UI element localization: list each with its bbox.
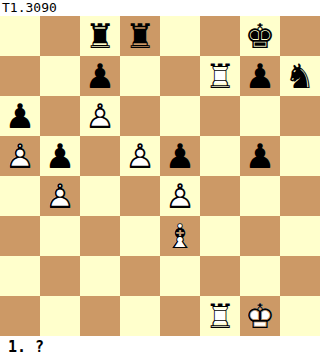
white-king-outline: ♔: [240, 296, 280, 336]
black-pawn-glyph: ♟: [160, 136, 200, 176]
square-f4[interactable]: [200, 176, 240, 216]
square-d6[interactable]: [120, 96, 160, 136]
square-c4[interactable]: [80, 176, 120, 216]
square-e8[interactable]: [160, 16, 200, 56]
black-king[interactable]: ♚: [240, 16, 280, 56]
chess-board: ♜♜♚♟♜♖♟♞♟♟♙♟♙♟♟♙♟♟♟♙♟♙♝♗♜♖♚♔: [0, 16, 320, 336]
square-g6[interactable]: [240, 96, 280, 136]
square-e3[interactable]: ♝♗: [160, 216, 200, 256]
square-e7[interactable]: [160, 56, 200, 96]
square-b2[interactable]: [40, 256, 80, 296]
square-g3[interactable]: [240, 216, 280, 256]
white-pawn-outline: ♙: [160, 176, 200, 216]
white-pawn-outline: ♙: [80, 96, 120, 136]
puzzle-id: T1.3090: [0, 0, 320, 16]
black-pawn-glyph: ♟: [240, 56, 280, 96]
white-rook[interactable]: ♜♖: [200, 56, 240, 96]
square-d5[interactable]: ♟♙: [120, 136, 160, 176]
black-rook-glyph: ♜: [120, 16, 160, 56]
square-c5[interactable]: [80, 136, 120, 176]
white-pawn[interactable]: ♟♙: [160, 176, 200, 216]
white-pawn[interactable]: ♟♙: [120, 136, 160, 176]
square-c2[interactable]: [80, 256, 120, 296]
square-f6[interactable]: [200, 96, 240, 136]
square-h1[interactable]: [280, 296, 320, 336]
black-pawn-glyph: ♟: [80, 56, 120, 96]
move-prompt: 1. ?: [0, 336, 320, 360]
square-e1[interactable]: [160, 296, 200, 336]
square-b3[interactable]: [40, 216, 80, 256]
square-f5[interactable]: [200, 136, 240, 176]
square-h5[interactable]: [280, 136, 320, 176]
square-h4[interactable]: [280, 176, 320, 216]
white-pawn[interactable]: ♟♙: [0, 136, 40, 176]
black-knight-glyph: ♞: [280, 56, 320, 96]
square-d4[interactable]: [120, 176, 160, 216]
square-b6[interactable]: [40, 96, 80, 136]
square-b7[interactable]: [40, 56, 80, 96]
square-f2[interactable]: [200, 256, 240, 296]
square-h3[interactable]: [280, 216, 320, 256]
black-pawn[interactable]: ♟: [80, 56, 120, 96]
white-rook-outline: ♖: [200, 296, 240, 336]
white-pawn-outline: ♙: [120, 136, 160, 176]
square-a6[interactable]: ♟: [0, 96, 40, 136]
white-king[interactable]: ♚♔: [240, 296, 280, 336]
black-pawn-glyph: ♟: [40, 136, 80, 176]
black-king-glyph: ♚: [240, 16, 280, 56]
white-pawn[interactable]: ♟♙: [80, 96, 120, 136]
square-h2[interactable]: [280, 256, 320, 296]
white-rook[interactable]: ♜♖: [200, 296, 240, 336]
square-g8[interactable]: ♚: [240, 16, 280, 56]
square-f7[interactable]: ♜♖: [200, 56, 240, 96]
square-c8[interactable]: ♜: [80, 16, 120, 56]
square-c7[interactable]: ♟: [80, 56, 120, 96]
square-f8[interactable]: [200, 16, 240, 56]
black-rook[interactable]: ♜: [80, 16, 120, 56]
square-b5[interactable]: ♟: [40, 136, 80, 176]
square-g2[interactable]: [240, 256, 280, 296]
white-pawn[interactable]: ♟♙: [40, 176, 80, 216]
white-pawn-outline: ♙: [40, 176, 80, 216]
white-pawn-outline: ♙: [0, 136, 40, 176]
square-e5[interactable]: ♟: [160, 136, 200, 176]
square-h7[interactable]: ♞: [280, 56, 320, 96]
black-pawn[interactable]: ♟: [240, 56, 280, 96]
square-c3[interactable]: [80, 216, 120, 256]
white-bishop-outline: ♗: [160, 216, 200, 256]
square-c6[interactable]: ♟♙: [80, 96, 120, 136]
square-d7[interactable]: [120, 56, 160, 96]
black-rook[interactable]: ♜: [120, 16, 160, 56]
black-pawn[interactable]: ♟: [240, 136, 280, 176]
black-pawn[interactable]: ♟: [160, 136, 200, 176]
square-d2[interactable]: [120, 256, 160, 296]
square-b8[interactable]: [40, 16, 80, 56]
square-h6[interactable]: [280, 96, 320, 136]
square-e4[interactable]: ♟♙: [160, 176, 200, 216]
square-f3[interactable]: [200, 216, 240, 256]
black-rook-glyph: ♜: [80, 16, 120, 56]
square-c1[interactable]: [80, 296, 120, 336]
square-a7[interactable]: [0, 56, 40, 96]
square-a1[interactable]: [0, 296, 40, 336]
square-a8[interactable]: [0, 16, 40, 56]
square-f1[interactable]: ♜♖: [200, 296, 240, 336]
square-e2[interactable]: [160, 256, 200, 296]
square-b4[interactable]: ♟♙: [40, 176, 80, 216]
square-g5[interactable]: ♟: [240, 136, 280, 176]
square-h8[interactable]: [280, 16, 320, 56]
square-a4[interactable]: [0, 176, 40, 216]
square-a2[interactable]: [0, 256, 40, 296]
black-knight[interactable]: ♞: [280, 56, 320, 96]
square-d8[interactable]: ♜: [120, 16, 160, 56]
square-d3[interactable]: [120, 216, 160, 256]
square-g7[interactable]: ♟: [240, 56, 280, 96]
square-a3[interactable]: [0, 216, 40, 256]
black-pawn[interactable]: ♟: [40, 136, 80, 176]
white-bishop[interactable]: ♝♗: [160, 216, 200, 256]
square-b1[interactable]: [40, 296, 80, 336]
square-g4[interactable]: [240, 176, 280, 216]
square-d1[interactable]: [120, 296, 160, 336]
square-e6[interactable]: [160, 96, 200, 136]
black-pawn[interactable]: ♟: [0, 96, 40, 136]
square-a5[interactable]: ♟♙: [0, 136, 40, 176]
square-g1[interactable]: ♚♔: [240, 296, 280, 336]
white-rook-outline: ♖: [200, 56, 240, 96]
black-pawn-glyph: ♟: [0, 96, 40, 136]
black-pawn-glyph: ♟: [240, 136, 280, 176]
